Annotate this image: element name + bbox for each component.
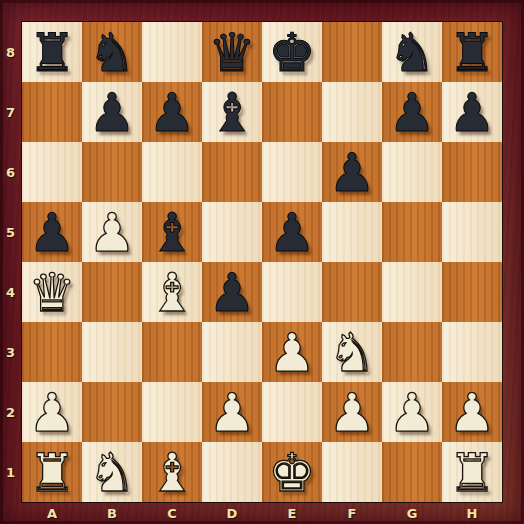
square-a6[interactable] bbox=[22, 142, 82, 202]
piece-white-pawn-f2[interactable]: ♟ bbox=[322, 382, 382, 442]
file-label-c: C bbox=[142, 503, 202, 524]
piece-white-pawn-d2[interactable]: ♟ bbox=[202, 382, 262, 442]
rank-label-8: 8 bbox=[0, 22, 21, 82]
square-b5[interactable]: ♟ bbox=[82, 202, 142, 262]
square-b8[interactable]: ♞ bbox=[82, 22, 142, 82]
rank-label-2: 2 bbox=[0, 382, 21, 442]
square-e7[interactable] bbox=[262, 82, 322, 142]
piece-black-bishop-d7[interactable]: ♝ bbox=[202, 82, 262, 142]
square-g8[interactable]: ♞ bbox=[382, 22, 442, 82]
piece-black-pawn-c7[interactable]: ♟ bbox=[142, 82, 202, 142]
square-h6[interactable] bbox=[442, 142, 502, 202]
piece-white-pawn-g2[interactable]: ♟ bbox=[382, 382, 442, 442]
square-e8[interactable]: ♚ bbox=[262, 22, 322, 82]
square-g2[interactable]: ♟ bbox=[382, 382, 442, 442]
square-c5[interactable]: ♝ bbox=[142, 202, 202, 262]
square-d3[interactable] bbox=[202, 322, 262, 382]
file-label-a: A bbox=[22, 503, 82, 524]
square-g6[interactable] bbox=[382, 142, 442, 202]
file-label-e: E bbox=[262, 503, 322, 524]
square-f5[interactable] bbox=[322, 202, 382, 262]
square-b3[interactable] bbox=[82, 322, 142, 382]
square-g5[interactable] bbox=[382, 202, 442, 262]
rank-label-4: 4 bbox=[0, 262, 21, 322]
square-d5[interactable] bbox=[202, 202, 262, 262]
piece-black-knight-g8[interactable]: ♞ bbox=[382, 22, 442, 82]
rank-label-7: 7 bbox=[0, 82, 21, 142]
square-f7[interactable] bbox=[322, 82, 382, 142]
rank-label-3: 3 bbox=[0, 322, 21, 382]
square-g7[interactable]: ♟ bbox=[382, 82, 442, 142]
square-f1[interactable] bbox=[322, 442, 382, 502]
square-g4[interactable] bbox=[382, 262, 442, 322]
piece-black-pawn-a5[interactable]: ♟ bbox=[22, 202, 82, 262]
square-a8[interactable]: ♜ bbox=[22, 22, 82, 82]
piece-black-rook-h8[interactable]: ♜ bbox=[442, 22, 502, 82]
chess-board-frame: ♜♞♛♚♞♜♟♟♝♟♟♟♟♟♝♟♛♝♟♟♞♟♟♟♟♟♜♞♝♚♜ 87654321… bbox=[0, 0, 524, 524]
square-c8[interactable] bbox=[142, 22, 202, 82]
square-h3[interactable] bbox=[442, 322, 502, 382]
piece-black-pawn-e5[interactable]: ♟ bbox=[262, 202, 322, 262]
piece-white-pawn-e3[interactable]: ♟ bbox=[262, 322, 322, 382]
square-d2[interactable]: ♟ bbox=[202, 382, 262, 442]
piece-black-pawn-f6[interactable]: ♟ bbox=[322, 142, 382, 202]
square-c7[interactable]: ♟ bbox=[142, 82, 202, 142]
square-a1[interactable]: ♜ bbox=[22, 442, 82, 502]
square-f6[interactable]: ♟ bbox=[322, 142, 382, 202]
piece-white-knight-b1[interactable]: ♞ bbox=[82, 442, 142, 502]
square-f3[interactable]: ♞ bbox=[322, 322, 382, 382]
square-e1[interactable]: ♚ bbox=[262, 442, 322, 502]
square-a7[interactable] bbox=[22, 82, 82, 142]
piece-white-pawn-h2[interactable]: ♟ bbox=[442, 382, 502, 442]
file-label-h: H bbox=[442, 503, 502, 524]
square-g1[interactable] bbox=[382, 442, 442, 502]
square-h2[interactable]: ♟ bbox=[442, 382, 502, 442]
square-d6[interactable] bbox=[202, 142, 262, 202]
piece-black-pawn-b7[interactable]: ♟ bbox=[82, 82, 142, 142]
square-d8[interactable]: ♛ bbox=[202, 22, 262, 82]
piece-black-pawn-g7[interactable]: ♟ bbox=[382, 82, 442, 142]
piece-black-pawn-h7[interactable]: ♟ bbox=[442, 82, 502, 142]
piece-black-bishop-c5[interactable]: ♝ bbox=[142, 202, 202, 262]
rank-label-1: 1 bbox=[0, 442, 21, 502]
square-a3[interactable] bbox=[22, 322, 82, 382]
piece-white-rook-a1[interactable]: ♜ bbox=[22, 442, 82, 502]
piece-black-queen-d8[interactable]: ♛ bbox=[202, 22, 262, 82]
rank-label-5: 5 bbox=[0, 202, 21, 262]
square-d4[interactable]: ♟ bbox=[202, 262, 262, 322]
file-label-d: D bbox=[202, 503, 262, 524]
piece-black-rook-a8[interactable]: ♜ bbox=[22, 22, 82, 82]
square-c3[interactable] bbox=[142, 322, 202, 382]
piece-black-knight-b8[interactable]: ♞ bbox=[82, 22, 142, 82]
piece-white-king-e1[interactable]: ♚ bbox=[262, 442, 322, 502]
square-b7[interactable]: ♟ bbox=[82, 82, 142, 142]
square-e4[interactable] bbox=[262, 262, 322, 322]
rank-label-6: 6 bbox=[0, 142, 21, 202]
piece-white-pawn-a2[interactable]: ♟ bbox=[22, 382, 82, 442]
square-b4[interactable] bbox=[82, 262, 142, 322]
square-b1[interactable]: ♞ bbox=[82, 442, 142, 502]
square-h4[interactable] bbox=[442, 262, 502, 322]
chess-board: ♜♞♛♚♞♜♟♟♝♟♟♟♟♟♝♟♛♝♟♟♞♟♟♟♟♟♜♞♝♚♜ bbox=[21, 21, 503, 503]
square-f2[interactable]: ♟ bbox=[322, 382, 382, 442]
piece-black-king-e8[interactable]: ♚ bbox=[262, 22, 322, 82]
square-e2[interactable] bbox=[262, 382, 322, 442]
square-h8[interactable]: ♜ bbox=[442, 22, 502, 82]
piece-white-rook-h1[interactable]: ♜ bbox=[442, 442, 502, 502]
square-a5[interactable]: ♟ bbox=[22, 202, 82, 262]
piece-white-pawn-b5[interactable]: ♟ bbox=[82, 202, 142, 262]
square-b2[interactable] bbox=[82, 382, 142, 442]
file-label-g: G bbox=[382, 503, 442, 524]
piece-black-pawn-d4[interactable]: ♟ bbox=[202, 262, 262, 322]
square-g3[interactable] bbox=[382, 322, 442, 382]
square-h1[interactable]: ♜ bbox=[442, 442, 502, 502]
square-b6[interactable] bbox=[82, 142, 142, 202]
piece-white-queen-a4[interactable]: ♛ bbox=[22, 262, 82, 322]
file-label-f: F bbox=[322, 503, 382, 524]
square-e3[interactable]: ♟ bbox=[262, 322, 322, 382]
square-d7[interactable]: ♝ bbox=[202, 82, 262, 142]
square-c6[interactable] bbox=[142, 142, 202, 202]
square-c1[interactable]: ♝ bbox=[142, 442, 202, 502]
square-c2[interactable] bbox=[142, 382, 202, 442]
square-e6[interactable] bbox=[262, 142, 322, 202]
piece-white-bishop-c4[interactable]: ♝ bbox=[142, 262, 202, 322]
square-h5[interactable] bbox=[442, 202, 502, 262]
square-c4[interactable]: ♝ bbox=[142, 262, 202, 322]
square-f8[interactable] bbox=[322, 22, 382, 82]
square-h7[interactable]: ♟ bbox=[442, 82, 502, 142]
square-a2[interactable]: ♟ bbox=[22, 382, 82, 442]
piece-white-knight-f3[interactable]: ♞ bbox=[322, 322, 382, 382]
piece-white-bishop-c1[interactable]: ♝ bbox=[142, 442, 202, 502]
square-a4[interactable]: ♛ bbox=[22, 262, 82, 322]
square-e5[interactable]: ♟ bbox=[262, 202, 322, 262]
square-f4[interactable] bbox=[322, 262, 382, 322]
file-label-b: B bbox=[82, 503, 142, 524]
square-d1[interactable] bbox=[202, 442, 262, 502]
